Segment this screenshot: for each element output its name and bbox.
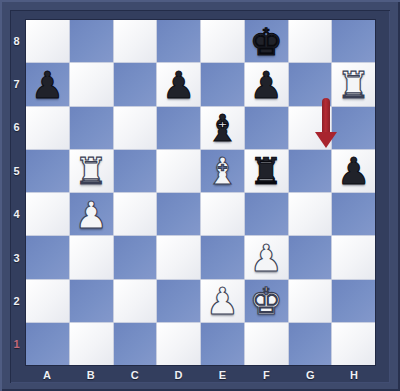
square-c1[interactable] — [114, 323, 157, 365]
square-h5[interactable]: ♟ — [332, 150, 375, 192]
square-h6[interactable] — [332, 107, 375, 149]
square-a8[interactable] — [26, 20, 69, 62]
square-e4[interactable] — [201, 193, 244, 235]
rank-label-1: 1 — [8, 323, 25, 366]
rank-label-5: 5 — [8, 149, 25, 192]
square-g7[interactable] — [289, 63, 332, 105]
file-label-g: G — [288, 366, 332, 383]
square-e5[interactable]: ♝ — [201, 150, 244, 192]
square-d6[interactable] — [157, 107, 200, 149]
file-label-h: H — [332, 366, 376, 383]
rank-label-2: 2 — [8, 279, 25, 322]
square-h4[interactable] — [332, 193, 375, 235]
rank-label-7: 7 — [8, 62, 25, 105]
board: ♚♟♟♟♜♝♜♝♜♟♟♟♟♚ — [25, 19, 376, 366]
square-b4[interactable]: ♟ — [70, 193, 113, 235]
file-label-e: E — [201, 366, 245, 383]
board-frame: 87654321 ♚♟♟♟♜♝♜♝♜♟♟♟♟♚ ABCDEFGH — [0, 0, 400, 391]
square-a7[interactable]: ♟ — [26, 63, 69, 105]
file-label-b: B — [69, 366, 113, 383]
black-king: ♚ — [250, 24, 283, 61]
square-g8[interactable] — [289, 20, 332, 62]
white-rook: ♜ — [75, 153, 108, 190]
square-d1[interactable] — [157, 323, 200, 365]
square-g2[interactable] — [289, 280, 332, 322]
square-b6[interactable] — [70, 107, 113, 149]
white-rook: ♜ — [337, 67, 370, 104]
square-g1[interactable] — [289, 323, 332, 365]
square-f8[interactable]: ♚ — [245, 20, 288, 62]
square-b2[interactable] — [70, 280, 113, 322]
black-pawn: ♟ — [337, 153, 370, 190]
square-b7[interactable] — [70, 63, 113, 105]
square-d5[interactable] — [157, 150, 200, 192]
square-c8[interactable] — [114, 20, 157, 62]
square-e8[interactable] — [201, 20, 244, 62]
square-a5[interactable] — [26, 150, 69, 192]
square-a1[interactable] — [26, 323, 69, 365]
rank-label-8: 8 — [8, 19, 25, 62]
square-f4[interactable] — [245, 193, 288, 235]
rank-label-6: 6 — [8, 106, 25, 149]
square-b3[interactable] — [70, 236, 113, 278]
file-labels: ABCDEFGH — [25, 366, 376, 383]
square-h3[interactable] — [332, 236, 375, 278]
file-label-f: F — [244, 366, 288, 383]
black-pawn: ♟ — [250, 67, 283, 104]
white-king: ♚ — [250, 283, 283, 320]
square-c2[interactable] — [114, 280, 157, 322]
square-g3[interactable] — [289, 236, 332, 278]
square-e2[interactable]: ♟ — [201, 280, 244, 322]
square-f3[interactable]: ♟ — [245, 236, 288, 278]
square-c7[interactable] — [114, 63, 157, 105]
square-g5[interactable] — [289, 150, 332, 192]
square-h1[interactable] — [332, 323, 375, 365]
square-h7[interactable]: ♜ — [332, 63, 375, 105]
black-pawn: ♟ — [162, 67, 195, 104]
square-f2[interactable]: ♚ — [245, 280, 288, 322]
square-c6[interactable] — [114, 107, 157, 149]
square-d7[interactable]: ♟ — [157, 63, 200, 105]
square-a4[interactable] — [26, 193, 69, 235]
square-d3[interactable] — [157, 236, 200, 278]
square-c5[interactable] — [114, 150, 157, 192]
square-g4[interactable] — [289, 193, 332, 235]
square-c3[interactable] — [114, 236, 157, 278]
square-c4[interactable] — [114, 193, 157, 235]
square-d8[interactable] — [157, 20, 200, 62]
square-h2[interactable] — [332, 280, 375, 322]
square-b5[interactable]: ♜ — [70, 150, 113, 192]
file-label-a: A — [25, 366, 69, 383]
white-pawn: ♟ — [206, 283, 239, 320]
square-a3[interactable] — [26, 236, 69, 278]
square-d4[interactable] — [157, 193, 200, 235]
square-a2[interactable] — [26, 280, 69, 322]
square-g6[interactable] — [289, 107, 332, 149]
white-bishop: ♝ — [206, 153, 239, 190]
square-b8[interactable] — [70, 20, 113, 62]
square-f6[interactable] — [245, 107, 288, 149]
square-e1[interactable] — [201, 323, 244, 365]
black-pawn: ♟ — [31, 67, 64, 104]
rank-label-3: 3 — [8, 236, 25, 279]
square-e3[interactable] — [201, 236, 244, 278]
rank-labels: 87654321 — [8, 19, 25, 366]
square-f1[interactable] — [245, 323, 288, 365]
rank-label-4: 4 — [8, 193, 25, 236]
square-b1[interactable] — [70, 323, 113, 365]
square-d2[interactable] — [157, 280, 200, 322]
white-pawn: ♟ — [75, 197, 108, 234]
white-pawn: ♟ — [250, 240, 283, 277]
square-e7[interactable] — [201, 63, 244, 105]
file-label-d: D — [157, 366, 201, 383]
square-f7[interactable]: ♟ — [245, 63, 288, 105]
square-f5[interactable]: ♜ — [245, 150, 288, 192]
square-e6[interactable]: ♝ — [201, 107, 244, 149]
file-label-c: C — [113, 366, 157, 383]
black-bishop: ♝ — [206, 110, 239, 147]
square-h8[interactable] — [332, 20, 375, 62]
black-rook: ♜ — [250, 153, 283, 190]
square-a6[interactable] — [26, 107, 69, 149]
